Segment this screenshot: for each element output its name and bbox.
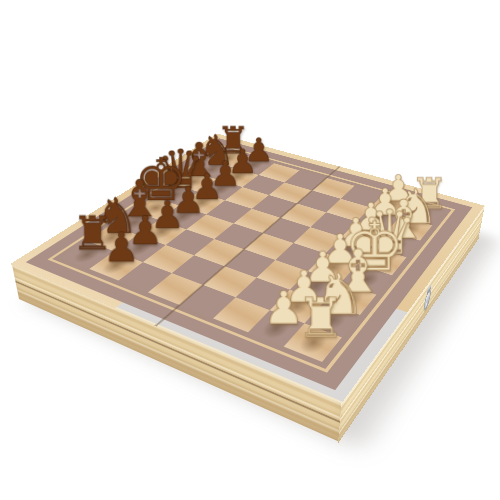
perspective-wrapper: ♜♞♝♚♛♝♞♜♟♟♟♟♟♟♟♟♟♟♟♟♟♟♟♟♜♞♝♚♛♝♞♜ [91,61,435,405]
product-photo-scene: ♜♞♝♚♛♝♞♜♟♟♟♟♟♟♟♟♟♟♟♟♟♟♟♟♜♞♝♚♛♝♞♜ [0,0,500,500]
chess-box: ♜♞♝♚♛♝♞♜♟♟♟♟♟♟♟♟♟♟♟♟♟♟♟♟♜♞♝♚♛♝♞♜ [10,134,485,404]
black-pawn-glyph: ♟ [57,227,186,268]
white-rook-glyph: ♜ [247,291,395,345]
